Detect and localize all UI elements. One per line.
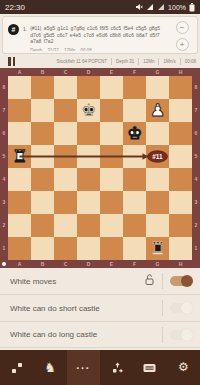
long-castle-toggle[interactable] bbox=[170, 330, 192, 340]
option-label: White can do short castle bbox=[10, 304, 155, 313]
board-squares[interactable]: ♚︎♟︎♚︎♜︎♜︎ bbox=[8, 76, 192, 260]
line-number-label: 1. bbox=[23, 26, 27, 51]
unlock-icon[interactable] bbox=[144, 272, 155, 290]
option-row-white-moves[interactable]: White moves bbox=[0, 268, 200, 295]
square-b2[interactable] bbox=[31, 214, 54, 237]
square-g2[interactable] bbox=[146, 214, 169, 237]
square-b6[interactable] bbox=[31, 122, 54, 145]
file-labels-bottom: ABCDEFGH bbox=[8, 260, 192, 268]
short-castle-toggle[interactable] bbox=[170, 303, 192, 313]
square-h1[interactable] bbox=[169, 237, 192, 260]
rank-labels-right: 87654321 bbox=[192, 76, 200, 260]
square-g1[interactable]: ♜︎ bbox=[146, 237, 169, 260]
mute-icon bbox=[135, 3, 143, 11]
square-f3[interactable] bbox=[123, 191, 146, 214]
square-g8[interactable] bbox=[146, 76, 169, 99]
notation-list-icon[interactable] bbox=[133, 350, 166, 385]
square-h8[interactable] bbox=[169, 76, 192, 99]
square-f8[interactable] bbox=[123, 76, 146, 99]
file-labels-top: ABCDEFGH bbox=[8, 68, 192, 76]
square-f2[interactable] bbox=[123, 214, 146, 237]
square-e6[interactable] bbox=[100, 122, 123, 145]
square-h2[interactable] bbox=[169, 214, 192, 237]
app-screen: 22:30 100% # 1. (#11) a5g5 g1c1 g7g8q c1… bbox=[0, 0, 200, 385]
square-g3[interactable] bbox=[146, 191, 169, 214]
square-a4[interactable] bbox=[8, 168, 31, 191]
square-e4[interactable] bbox=[100, 168, 123, 191]
engine-line-moves[interactable]: (#11) a5g5 g1c1 g7g8q c1c6 f6f5 c6c5 f5e… bbox=[30, 25, 170, 45]
rank-labels-left: 87654321 bbox=[0, 76, 8, 260]
square-h3[interactable] bbox=[169, 191, 192, 214]
square-f4[interactable] bbox=[123, 168, 146, 191]
square-d4[interactable] bbox=[77, 168, 100, 191]
engine-speed-label: 1Mn/s bbox=[163, 59, 175, 64]
status-bar: 22:30 100% bbox=[0, 0, 200, 14]
square-a2[interactable] bbox=[8, 214, 31, 237]
flip-arrows-icon[interactable] bbox=[0, 350, 33, 385]
option-row-long-castle[interactable]: White can do long castle bbox=[0, 322, 200, 348]
square-c5[interactable] bbox=[54, 145, 77, 168]
option-label: White moves bbox=[10, 277, 144, 286]
battery-icon bbox=[189, 3, 195, 12]
square-b1[interactable] bbox=[31, 237, 54, 260]
square-b3[interactable] bbox=[31, 191, 54, 214]
square-f6[interactable]: ♚︎ bbox=[123, 122, 146, 145]
square-h6[interactable] bbox=[169, 122, 192, 145]
square-e1[interactable] bbox=[100, 237, 123, 260]
pause-icon[interactable] bbox=[8, 57, 15, 66]
square-c6[interactable] bbox=[54, 122, 77, 145]
square-d3[interactable] bbox=[77, 191, 100, 214]
chess-board[interactable]: ABCDEFGH ABCDEFGH 87654321 87654321 ♚︎♟︎… bbox=[0, 68, 200, 268]
square-a6[interactable] bbox=[8, 122, 31, 145]
increase-lines-button[interactable]: + bbox=[176, 38, 189, 51]
square-a5[interactable]: ♜︎ bbox=[8, 145, 31, 168]
square-e3[interactable] bbox=[100, 191, 123, 214]
square-h4[interactable] bbox=[169, 168, 192, 191]
decrease-lines-button[interactable]: − bbox=[176, 21, 189, 34]
square-d7[interactable]: ♚︎ bbox=[77, 99, 100, 122]
square-c2[interactable] bbox=[54, 214, 77, 237]
engine-line-stats: Depth 31/32 12Mn 00:08 bbox=[30, 48, 170, 52]
square-d2[interactable] bbox=[77, 214, 100, 237]
square-a7[interactable] bbox=[8, 99, 31, 122]
engine-depth-label: Depth 31 bbox=[116, 59, 134, 64]
square-f1[interactable] bbox=[123, 237, 146, 260]
option-row-short-castle[interactable]: White can do short castle bbox=[0, 295, 200, 322]
square-b8[interactable] bbox=[31, 76, 54, 99]
clock-label: 22:30 bbox=[5, 3, 25, 12]
square-h7[interactable] bbox=[169, 99, 192, 122]
battery-percent-label: 100% bbox=[168, 4, 186, 11]
piece-black-king-d7[interactable]: ♚︎ bbox=[77, 99, 100, 122]
square-c1[interactable] bbox=[54, 237, 77, 260]
square-g5[interactable] bbox=[146, 145, 169, 168]
square-g7[interactable]: ♟︎ bbox=[146, 99, 169, 122]
piece-white-king-f6[interactable]: ♚︎ bbox=[123, 122, 146, 145]
knight-icon[interactable]: ♞ bbox=[33, 350, 66, 385]
square-f5[interactable] bbox=[123, 145, 146, 168]
square-e7[interactable] bbox=[100, 99, 123, 122]
square-d8[interactable] bbox=[77, 76, 100, 99]
engine-name-label: Stockfish 11 64 POPCNT bbox=[57, 59, 107, 64]
square-c8[interactable] bbox=[54, 76, 77, 99]
white-moves-toggle[interactable] bbox=[170, 276, 192, 286]
white-to-move-indicator bbox=[2, 262, 6, 266]
square-f7[interactable] bbox=[123, 99, 146, 122]
square-c3[interactable] bbox=[54, 191, 77, 214]
signal-icon bbox=[157, 3, 165, 11]
option-label: White can do long castle bbox=[10, 330, 155, 339]
settings-gear-icon[interactable]: ⚙ bbox=[167, 350, 200, 385]
square-a1[interactable] bbox=[8, 237, 31, 260]
moves-arrows-icon[interactable] bbox=[100, 350, 133, 385]
square-a3[interactable] bbox=[8, 191, 31, 214]
square-c7[interactable] bbox=[54, 99, 77, 122]
bottom-nav-bar: ♞ ··· ⚙ bbox=[0, 350, 200, 385]
square-d5[interactable] bbox=[77, 145, 100, 168]
square-b5[interactable] bbox=[31, 145, 54, 168]
piece-black-rook-g1[interactable]: ♜︎ bbox=[146, 237, 169, 260]
square-d6[interactable] bbox=[77, 122, 100, 145]
square-e2[interactable] bbox=[100, 214, 123, 237]
piece-white-rook-a5[interactable]: ♜︎ bbox=[8, 145, 31, 168]
engine-status-bar: Stockfish 11 64 POPCNT Depth 31 12Mn 1Mn… bbox=[0, 54, 200, 68]
square-g6[interactable] bbox=[146, 122, 169, 145]
square-a8[interactable] bbox=[8, 76, 31, 99]
analysis-line-card[interactable]: # 1. (#11) a5g5 g1c1 g7g8q c1c6 f6f5 c6c… bbox=[2, 16, 198, 54]
engine-time-label: 00:08 bbox=[185, 59, 196, 64]
square-c4[interactable] bbox=[54, 168, 77, 191]
square-b4[interactable] bbox=[31, 168, 54, 191]
square-d1[interactable] bbox=[77, 237, 100, 260]
piece-white-pawn-g7[interactable]: ♟︎ bbox=[146, 99, 169, 122]
wifi-icon bbox=[146, 3, 154, 11]
mate-score-icon: # bbox=[8, 24, 19, 35]
more-dots-icon[interactable]: ··· bbox=[67, 350, 100, 385]
square-b7[interactable] bbox=[31, 99, 54, 122]
square-g4[interactable] bbox=[146, 168, 169, 191]
square-h5[interactable] bbox=[169, 145, 192, 168]
square-e8[interactable] bbox=[100, 76, 123, 99]
engine-nodes-label: 12Mn bbox=[143, 59, 154, 64]
square-e5[interactable] bbox=[100, 145, 123, 168]
